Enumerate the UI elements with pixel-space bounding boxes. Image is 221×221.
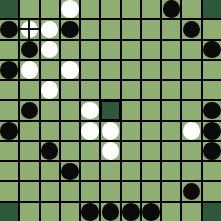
board-square[interactable] (182, 101, 200, 119)
board-square[interactable] (61, 101, 79, 119)
board-square[interactable] (203, 41, 221, 59)
board-square[interactable] (182, 142, 200, 160)
king-cross-icon (20, 28, 38, 30)
board-square[interactable] (61, 0, 79, 18)
board-square[interactable] (101, 122, 119, 140)
black-attacker-stone[interactable] (203, 102, 221, 120)
black-attacker-stone[interactable] (0, 61, 18, 79)
board-square[interactable] (20, 81, 38, 99)
black-attacker-stone[interactable] (203, 142, 221, 160)
board-square[interactable] (101, 41, 119, 59)
board-square[interactable] (101, 142, 119, 160)
black-attacker-stone[interactable] (163, 0, 181, 18)
board-square[interactable] (101, 20, 119, 38)
board-square[interactable] (61, 81, 79, 99)
board-square[interactable] (122, 0, 140, 18)
black-attacker-stone[interactable] (203, 122, 221, 140)
board-square[interactable] (20, 182, 38, 200)
board-square[interactable] (162, 0, 180, 18)
black-attacker-stone[interactable] (61, 163, 79, 181)
board-square[interactable] (20, 101, 38, 119)
white-defender-stone[interactable] (102, 122, 120, 140)
board-square[interactable] (122, 101, 140, 119)
board-square[interactable] (142, 122, 160, 140)
black-attacker-stone[interactable] (102, 203, 120, 221)
white-defender-stone[interactable] (183, 122, 201, 140)
board-square[interactable] (61, 203, 79, 221)
board-square[interactable] (182, 20, 200, 38)
board-square[interactable] (0, 61, 18, 79)
board-square[interactable] (162, 81, 180, 99)
board-square[interactable] (203, 101, 221, 119)
board-square[interactable] (203, 61, 221, 79)
board-square[interactable] (41, 61, 59, 79)
board-square[interactable] (162, 101, 180, 119)
board-square[interactable] (41, 0, 59, 18)
board-square[interactable] (41, 122, 59, 140)
board-square[interactable] (61, 162, 79, 180)
board-square[interactable] (162, 142, 180, 160)
board-square[interactable] (142, 101, 160, 119)
board-square[interactable] (61, 142, 79, 160)
board-square[interactable] (61, 20, 79, 38)
black-attacker-stone[interactable] (41, 142, 59, 160)
board-square[interactable] (61, 41, 79, 59)
board-square[interactable] (81, 203, 99, 221)
board-square[interactable] (81, 122, 99, 140)
board-square[interactable] (0, 41, 18, 59)
board-square[interactable] (81, 81, 99, 99)
board-square[interactable] (0, 162, 18, 180)
board-square[interactable] (162, 122, 180, 140)
black-attacker-stone[interactable] (61, 21, 79, 39)
board-square[interactable] (122, 182, 140, 200)
board-square[interactable] (142, 162, 160, 180)
board-square[interactable] (0, 122, 18, 140)
board-square[interactable] (20, 122, 38, 140)
board-square[interactable] (182, 41, 200, 59)
board-square[interactable] (0, 20, 18, 38)
board-square[interactable] (122, 20, 140, 38)
board-square[interactable] (0, 101, 18, 119)
board-square[interactable] (101, 61, 119, 79)
board-square[interactable] (101, 203, 119, 221)
board-square[interactable] (81, 41, 99, 59)
board-square[interactable] (0, 81, 18, 99)
board-square[interactable] (162, 182, 180, 200)
board-square[interactable] (182, 122, 200, 140)
board-square[interactable] (182, 162, 200, 180)
black-attacker-stone[interactable] (122, 203, 140, 221)
board-square[interactable] (162, 20, 180, 38)
white-defender-stone[interactable] (21, 61, 39, 79)
board-square[interactable] (122, 142, 140, 160)
board-square[interactable] (142, 203, 160, 221)
board-square[interactable] (41, 20, 59, 38)
board-square[interactable] (142, 61, 160, 79)
board-square[interactable] (81, 182, 99, 200)
board-square[interactable] (142, 0, 160, 18)
black-attacker-stone[interactable] (183, 183, 201, 201)
board-square[interactable] (203, 122, 221, 140)
board-square[interactable] (182, 61, 200, 79)
black-attacker-stone[interactable] (0, 21, 18, 39)
tafl-board (0, 0, 221, 221)
board-square[interactable] (41, 182, 59, 200)
board-square[interactable] (81, 20, 99, 38)
board-square[interactable] (101, 81, 119, 99)
black-attacker-stone[interactable] (183, 21, 201, 39)
board-square[interactable] (0, 142, 18, 160)
board-square[interactable] (41, 101, 59, 119)
board-square[interactable] (20, 61, 38, 79)
corner-escape-square[interactable] (203, 203, 221, 221)
board-square[interactable] (81, 142, 99, 160)
board-square[interactable] (61, 61, 79, 79)
board-square[interactable] (162, 61, 180, 79)
board-square[interactable] (122, 61, 140, 79)
black-attacker-stone[interactable] (21, 102, 39, 120)
black-attacker-stone[interactable] (203, 41, 221, 59)
board-square[interactable] (203, 162, 221, 180)
board-square[interactable] (142, 142, 160, 160)
board-square[interactable] (101, 182, 119, 200)
board-square[interactable] (0, 182, 18, 200)
board-square[interactable] (203, 182, 221, 200)
board-square[interactable] (81, 0, 99, 18)
board-square[interactable] (20, 203, 38, 221)
board-square[interactable] (101, 162, 119, 180)
board-square[interactable] (81, 101, 99, 119)
board-square[interactable] (142, 182, 160, 200)
black-attacker-stone[interactable] (21, 41, 39, 59)
board-square[interactable] (122, 41, 140, 59)
board-square[interactable] (122, 122, 140, 140)
board-square[interactable] (20, 20, 38, 38)
white-defender-stone[interactable] (41, 41, 59, 59)
corner-escape-square[interactable] (0, 0, 18, 18)
black-attacker-stone[interactable] (0, 122, 18, 140)
board-square[interactable] (81, 61, 99, 79)
board-square[interactable] (182, 182, 200, 200)
board-square[interactable] (81, 162, 99, 180)
board-square[interactable] (20, 41, 38, 59)
white-defender-stone[interactable] (61, 0, 79, 18)
board-square[interactable] (61, 122, 79, 140)
board-square[interactable] (203, 142, 221, 160)
board-square[interactable] (162, 203, 180, 221)
board-square[interactable] (61, 182, 79, 200)
board-square[interactable] (20, 0, 38, 18)
white-defender-stone[interactable] (81, 122, 99, 140)
board-square[interactable] (20, 142, 38, 160)
board-square[interactable] (41, 162, 59, 180)
board-square[interactable] (41, 41, 59, 59)
white-defender-stone[interactable] (102, 142, 120, 160)
board-square[interactable] (162, 162, 180, 180)
black-attacker-stone[interactable] (142, 203, 160, 221)
board-square[interactable] (41, 142, 59, 160)
board-square[interactable] (182, 81, 200, 99)
throne-square[interactable] (101, 101, 119, 119)
board-square[interactable] (182, 0, 200, 18)
white-defender-stone[interactable] (41, 81, 59, 99)
board-square[interactable] (122, 81, 140, 99)
board-square[interactable] (203, 81, 221, 99)
board-square[interactable] (142, 81, 160, 99)
white-defender-stone[interactable] (61, 61, 79, 79)
white-defender-stone[interactable] (41, 21, 59, 39)
board-square[interactable] (203, 20, 221, 38)
board-square[interactable] (41, 81, 59, 99)
board-square[interactable] (122, 203, 140, 221)
board-square[interactable] (41, 203, 59, 221)
white-defender-stone[interactable] (81, 102, 99, 120)
board-square[interactable] (122, 162, 140, 180)
board-square[interactable] (162, 41, 180, 59)
black-attacker-stone[interactable] (81, 203, 99, 221)
board-square[interactable] (142, 41, 160, 59)
board-square[interactable] (182, 203, 200, 221)
board-square[interactable] (142, 20, 160, 38)
board-square[interactable] (20, 162, 38, 180)
board-square[interactable] (101, 0, 119, 18)
corner-escape-square[interactable] (203, 0, 221, 18)
corner-escape-square[interactable] (0, 203, 18, 221)
